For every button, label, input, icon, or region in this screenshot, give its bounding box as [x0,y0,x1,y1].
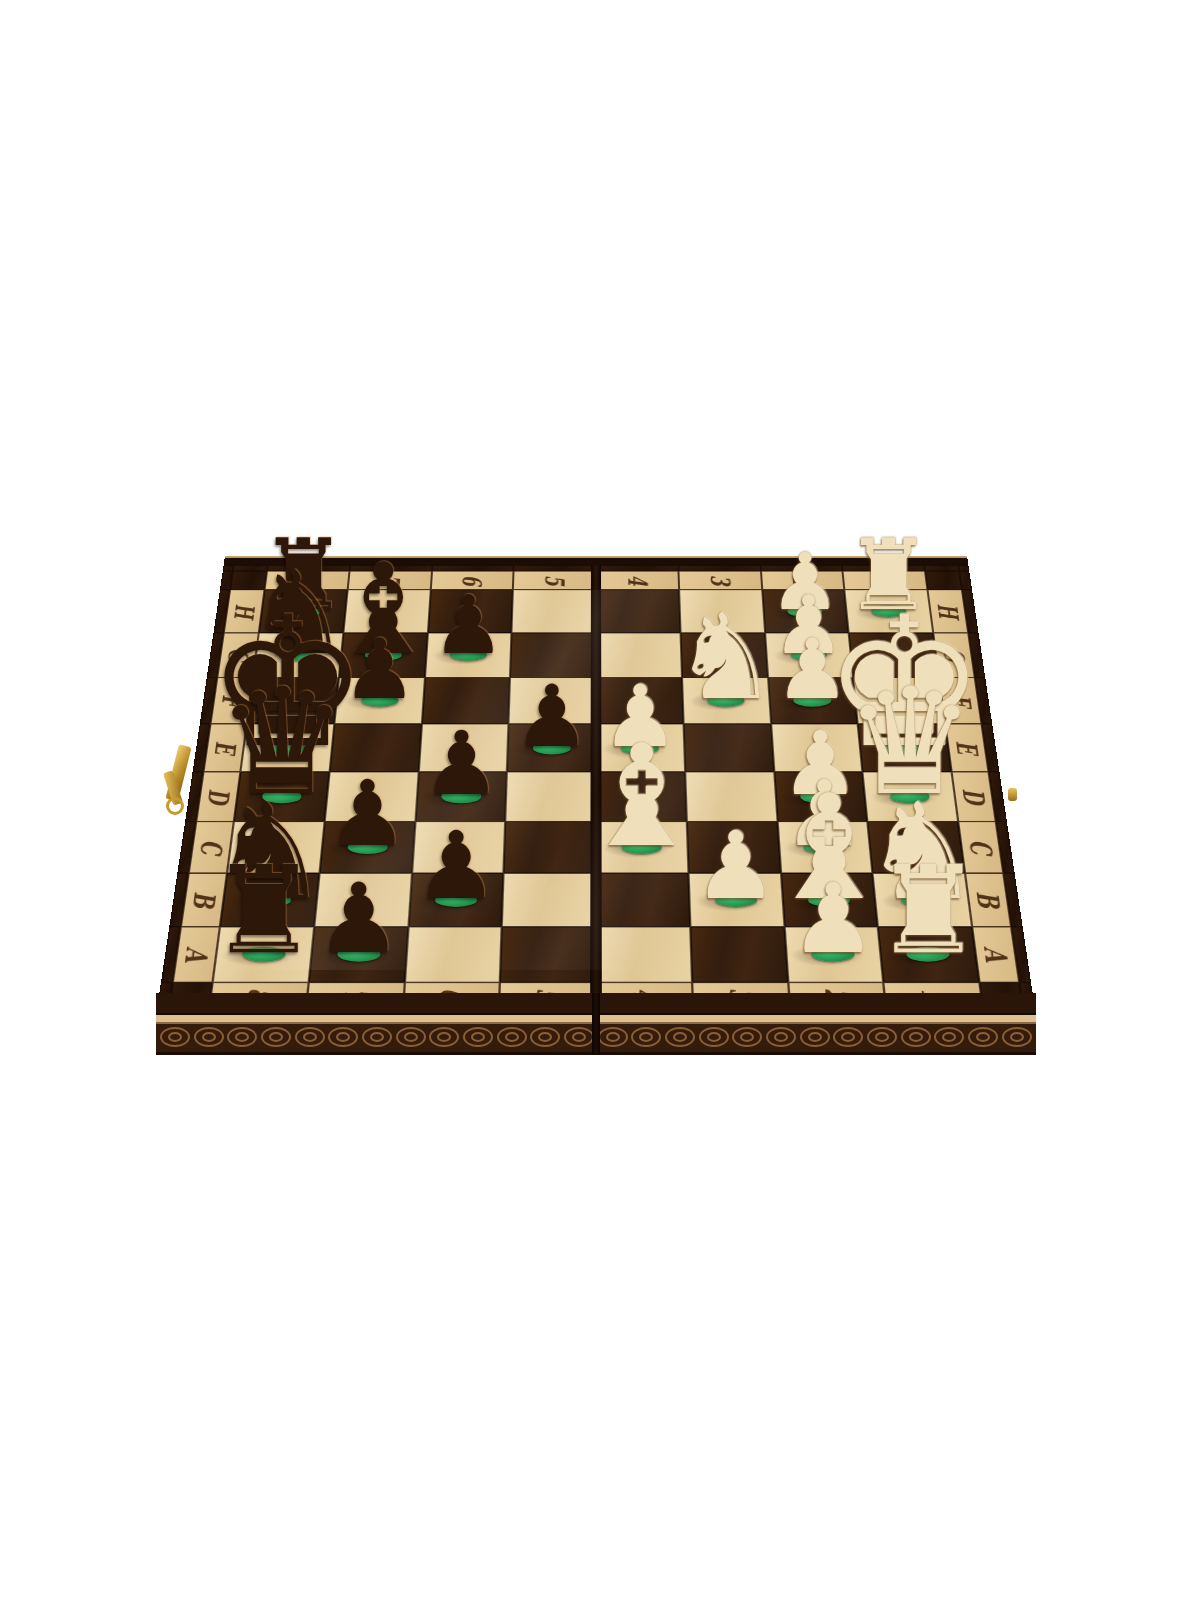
rank-label-text: 8 [291,575,323,586]
square-c5 [504,822,596,874]
rosette-carving [699,1027,729,1047]
square-g2 [765,633,854,678]
rosette-carving [362,1027,392,1047]
rosette-carving [463,1027,493,1047]
square-g5 [510,633,596,678]
board-back-edge [432,556,514,565]
square-d5 [505,772,596,822]
square-b3 [688,873,784,927]
square-e1 [858,724,952,772]
rosette-carving [396,1027,426,1047]
square-h7 [343,590,430,633]
square-g4 [596,633,682,678]
rosette-carving [227,1027,257,1047]
square-d2 [774,772,868,822]
square-e8 [240,724,334,772]
square-a3 [690,927,788,983]
rosette-carving [833,1027,863,1047]
square-f5 [509,678,596,724]
square-g6 [424,633,511,678]
square-h5 [512,590,596,633]
rosette-carving [732,1027,762,1047]
square-b7 [314,873,412,927]
square-e5 [507,724,596,772]
file-label-text: G [937,648,970,662]
square-h4 [596,590,680,633]
rosette-carving [665,1027,695,1047]
file-label-text: G [222,648,255,662]
brass-clasp-ring [166,797,184,815]
file-label-text: E [950,741,984,754]
rosette-carving [530,1027,560,1047]
board-back-edge [596,556,678,565]
rank-label-top-7: 7 [347,571,431,590]
board-back-edge [350,556,433,565]
file-label-text: F [943,695,976,707]
square-f2 [768,678,858,724]
square-f1 [853,678,945,724]
board-frame [959,571,972,590]
rank-label-top-2: 2 [760,571,844,590]
square-b6 [408,873,504,927]
square-h8 [259,590,348,633]
rosette-carving [194,1027,224,1047]
file-label-text: B [186,892,222,908]
rosette-carving [766,1027,796,1047]
square-a5 [500,927,596,983]
square-f4 [596,678,683,724]
rosette-carving [295,1027,325,1047]
rosette-carving [867,1027,897,1047]
rank-label-top-6: 6 [430,571,513,590]
rank-label-text: 7 [374,575,405,586]
file-label-text: D [201,789,236,805]
rank-label-top-1: 1 [843,571,928,590]
square-d1 [863,772,958,822]
rosette-carving [497,1027,527,1047]
square-h6 [427,590,513,633]
file-label-text: H [931,604,964,619]
square-e7 [329,724,421,772]
square-g8 [253,633,343,678]
square-a6 [404,927,502,983]
rosette-carving [631,1027,661,1047]
file-label-text: A [178,947,215,963]
square-c8 [227,822,324,874]
square-e4 [596,724,685,772]
product-photo-stage: 87654321HHGGFFEEDDCCBBAA87654321 ♜♟♜♞♝♟♟… [0,0,1200,1600]
rank-label-text: 5 [539,575,569,586]
file-label-text: H [228,604,261,619]
rank-label-text: 6 [457,575,488,586]
file-label-left-f: F [210,678,252,724]
square-f3 [682,678,771,724]
board-back-edge [234,556,269,565]
box-front-face [156,993,1036,1055]
board-back-edge [268,556,351,565]
rosette-carving [261,1027,291,1047]
square-a7 [308,927,408,983]
rosette-carving [901,1027,931,1047]
square-b1 [873,873,972,927]
square-c1 [868,822,965,874]
file-label-text: E [208,741,242,754]
chess-board: 87654321HHGGFFEEDDCCBBAA87654321 [156,556,1036,1016]
file-label-text: B [970,892,1006,908]
rank-label-text: 1 [869,575,901,586]
board-back-edge [841,556,924,565]
square-d4 [596,772,687,822]
square-g3 [680,633,767,678]
square-d8 [234,772,329,822]
square-b8 [220,873,319,927]
rosette-carving [1002,1027,1032,1047]
square-c4 [596,822,688,874]
square-a4 [596,927,692,983]
rosette-carving [564,1027,594,1047]
square-d7 [324,772,418,822]
rosette-carving [160,1027,190,1047]
rosette-carving [800,1027,830,1047]
board-back-edge [957,556,968,565]
square-c7 [319,822,415,874]
square-e2 [771,724,863,772]
square-d6 [415,772,507,822]
square-b2 [780,873,878,927]
rank-label-top-5: 5 [513,571,596,590]
rosette-carving [934,1027,964,1047]
square-a1 [878,927,979,983]
board-frame [230,571,267,590]
square-b4 [596,873,690,927]
file-label-text: C [963,840,999,855]
square-h1 [845,590,934,633]
square-f7 [334,678,424,724]
file-label-text: A [977,947,1014,963]
square-b5 [502,873,596,927]
square-h2 [762,590,849,633]
rank-label-text: 3 [704,575,735,586]
board-back-edge [760,556,843,565]
square-e3 [683,724,773,772]
rosette-carving [598,1027,628,1047]
brass-hinge-pin [1008,788,1017,801]
square-a8 [213,927,314,983]
square-f6 [421,678,510,724]
rank-label-text: 4 [622,575,652,586]
square-a2 [784,927,884,983]
box-center-gap [592,993,600,1055]
file-label-left-g: G [217,633,259,678]
rosette-carving [328,1027,358,1047]
file-label-text: D [956,789,991,805]
board-frame [925,571,962,590]
board-back-edge [514,556,596,565]
rosette-carving [429,1027,459,1047]
hinge-seam [590,565,602,1016]
square-c2 [777,822,873,874]
square-e6 [418,724,508,772]
rosette-carving [968,1027,998,1047]
rank-label-top-3: 3 [678,571,761,590]
square-f8 [247,678,339,724]
square-g1 [849,633,939,678]
board-back-edge [678,556,760,565]
square-g7 [339,633,428,678]
square-h3 [679,590,765,633]
square-c3 [687,822,781,874]
rank-label-text: 2 [787,575,818,586]
rank-label-top-8: 8 [265,571,350,590]
square-d3 [685,772,777,822]
file-label-text: F [215,695,248,707]
square-c6 [412,822,506,874]
file-label-left-h: H [224,590,265,633]
rank-label-top-4: 4 [596,571,679,590]
board-back-edge [923,556,958,565]
file-label-text: C [194,840,230,855]
